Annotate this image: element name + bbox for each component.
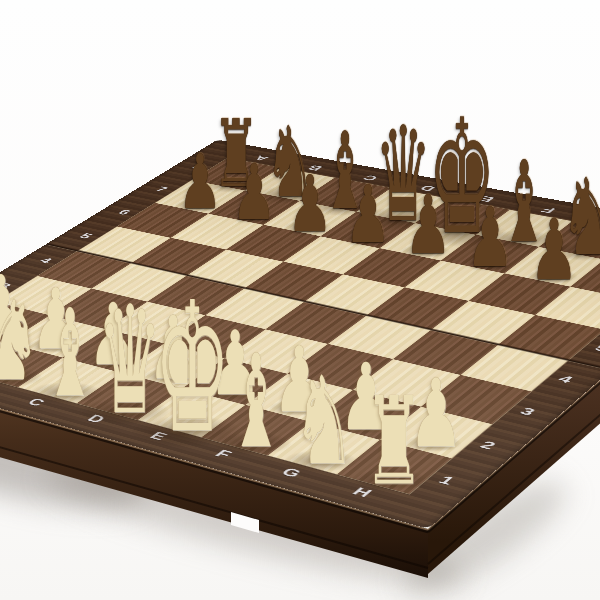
piece-light-rook-h1[interactable]: ♜	[364, 381, 424, 501]
piece-light-bishop-f1[interactable]: ♝	[229, 337, 284, 465]
piece-dark-pawn-c7[interactable]: ♟	[287, 165, 332, 243]
piece-light-knight-b1[interactable]: ♞	[0, 286, 41, 396]
piece-light-queen-d1[interactable]: ♛	[97, 287, 161, 436]
piece-light-bishop-c1[interactable]: ♝	[44, 293, 96, 414]
piece-dark-pawn-h7[interactable]: ♟	[596, 221, 600, 307]
piece-dark-pawn-a7[interactable]: ♟	[178, 145, 222, 220]
piece-dark-pawn-f7[interactable]: ♟	[466, 197, 514, 279]
piece-dark-pawn-g7[interactable]: ♟	[530, 209, 579, 293]
chess-set-photo: AABBCCDDEEFFGGHH1122334455667788 ♜♞♝♛♚♝♞…	[0, 0, 600, 600]
piece-light-king-e1[interactable]: ♚	[153, 279, 230, 459]
piece-dark-pawn-b7[interactable]: ♟	[232, 154, 277, 231]
piece-light-knight-g1[interactable]: ♞	[292, 361, 355, 483]
pieces-layer: ♜♞♝♛♚♝♞♜♟♟♟♟♟♟♟♟♟♟♟♟♟♟♟♟♜♞♝♛♚♝♞♜	[0, 0, 600, 600]
piece-dark-pawn-e7[interactable]: ♟	[404, 186, 451, 267]
piece-dark-pawn-d7[interactable]: ♟	[345, 175, 391, 254]
